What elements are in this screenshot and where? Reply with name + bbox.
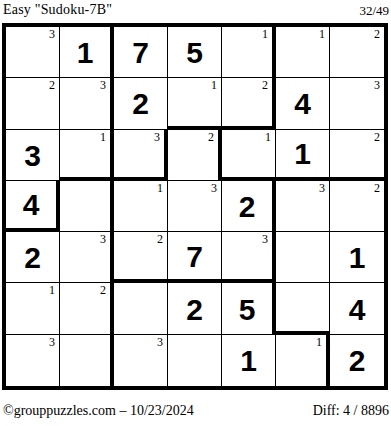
- given-digit: 1: [77, 36, 94, 68]
- pencil-mark: 2: [374, 27, 380, 41]
- cell-r7c2[interactable]: [60, 335, 114, 386]
- cell-r1c3[interactable]: 7: [114, 27, 168, 78]
- pencil-mark: 3: [49, 335, 55, 349]
- cell-r6c5[interactable]: 5: [222, 283, 276, 334]
- cell-r2c2[interactable]: 3: [60, 78, 114, 129]
- cell-r3c2[interactable]: 1: [60, 130, 114, 181]
- given-digit: 7: [132, 36, 149, 68]
- pencil-mark: 1: [157, 181, 163, 195]
- cell-r7c3[interactable]: 3: [114, 335, 168, 386]
- pencil-mark: 3: [319, 181, 325, 195]
- given-digit: 2: [24, 241, 41, 273]
- cell-r5c2[interactable]: 3: [60, 232, 114, 283]
- cell-r2c1[interactable]: 2: [6, 78, 60, 129]
- cell-r2c6[interactable]: 4: [276, 78, 330, 129]
- cell-r7c6[interactable]: 1: [276, 335, 330, 386]
- cell-r3c4[interactable]: 2: [168, 130, 222, 181]
- cell-r4c5[interactable]: 2: [222, 181, 276, 232]
- given-digit: 4: [294, 87, 311, 119]
- cell-r5c6[interactable]: [276, 232, 330, 283]
- given-digit: 2: [132, 87, 149, 119]
- cell-r1c2[interactable]: 1: [60, 27, 114, 78]
- cell-r1c1[interactable]: 3: [6, 27, 60, 78]
- pencil-mark: 3: [100, 232, 106, 246]
- pencil-mark: 3: [211, 181, 217, 195]
- pencil-mark: 1: [100, 130, 106, 144]
- cell-r2c7[interactable]: 3: [330, 78, 384, 129]
- pencil-mark: 2: [157, 232, 163, 246]
- cell-r1c7[interactable]: 2: [330, 27, 384, 78]
- pencil-mark: 3: [49, 27, 55, 41]
- pencil-mark: 2: [374, 130, 380, 144]
- pencil-mark: 2: [262, 78, 268, 92]
- cell-r6c1[interactable]: 1: [6, 283, 60, 334]
- given-digit: 2: [186, 293, 203, 325]
- given-digit: 3: [24, 139, 41, 171]
- given-digit: 2: [239, 190, 256, 222]
- cell-r6c2[interactable]: 2: [60, 283, 114, 334]
- pencil-mark: 1: [262, 27, 268, 41]
- given-digit: 2: [349, 344, 366, 376]
- pencil-mark: 2: [49, 78, 55, 92]
- cell-r4c7[interactable]: 2: [330, 181, 384, 232]
- empty-cell-counter: 32/49: [359, 3, 389, 19]
- cell-r5c4[interactable]: 7: [168, 232, 222, 283]
- cell-r3c6[interactable]: 1: [276, 130, 330, 181]
- cell-r6c3[interactable]: [114, 283, 168, 334]
- cell-r6c6[interactable]: [276, 283, 330, 334]
- cell-r6c4[interactable]: 2: [168, 283, 222, 334]
- cell-r5c5[interactable]: 3: [222, 232, 276, 283]
- given-digit: 5: [186, 36, 203, 68]
- difficulty-label: Diff: 4 / 8896: [313, 403, 389, 419]
- cell-r2c5[interactable]: 2: [222, 78, 276, 129]
- pencil-mark: 1: [49, 283, 55, 297]
- pencil-mark: 1: [319, 27, 325, 41]
- cell-r4c1[interactable]: 4: [6, 181, 60, 232]
- cell-r5c7[interactable]: 1: [330, 232, 384, 283]
- cell-r5c1[interactable]: 2: [6, 232, 60, 283]
- page-title: Easy "Sudoku-7B": [3, 2, 112, 18]
- cell-r1c6[interactable]: 1: [276, 27, 330, 78]
- cell-r3c1[interactable]: 3: [6, 130, 60, 181]
- cell-r2c3[interactable]: 2: [114, 78, 168, 129]
- pencil-mark: 1: [211, 78, 217, 92]
- cell-r1c5[interactable]: 1: [222, 27, 276, 78]
- given-digit: 4: [349, 293, 366, 325]
- cell-r7c4[interactable]: [168, 335, 222, 386]
- cell-r5c3[interactable]: 2: [114, 232, 168, 283]
- given-digit: 4: [23, 188, 40, 220]
- given-digit: 1: [294, 137, 311, 169]
- cell-r7c7[interactable]: 2: [330, 335, 384, 386]
- pencil-mark: 2: [374, 181, 380, 195]
- cell-r4c3[interactable]: 1: [114, 181, 168, 232]
- cell-r4c4[interactable]: 3: [168, 181, 222, 232]
- pencil-mark: 3: [154, 130, 160, 144]
- pencil-mark: 3: [100, 78, 106, 92]
- sudoku-grid: 3175112232124331321124132322327311225433…: [2, 23, 388, 390]
- cell-r7c1[interactable]: 3: [6, 335, 60, 386]
- cell-r4c6[interactable]: 3: [276, 181, 330, 232]
- pencil-mark: 1: [316, 335, 322, 349]
- cell-r3c7[interactable]: 2: [330, 130, 384, 181]
- pencil-mark: 3: [157, 335, 163, 349]
- pencil-mark: 2: [208, 130, 214, 144]
- given-digit: 1: [349, 241, 366, 273]
- given-digit: 1: [240, 344, 257, 376]
- pencil-mark: 3: [374, 78, 380, 92]
- given-digit: 5: [239, 293, 256, 325]
- cell-r4c2[interactable]: [60, 181, 114, 232]
- pencil-mark: 1: [265, 130, 271, 144]
- cell-r2c4[interactable]: 1: [168, 78, 222, 129]
- copyright-date: ©grouppuzzles.com – 10/23/2024: [3, 403, 194, 419]
- given-digit: 7: [186, 240, 203, 272]
- cell-r6c7[interactable]: 4: [330, 283, 384, 334]
- cell-r7c5[interactable]: 1: [222, 335, 276, 386]
- pencil-mark: 2: [100, 283, 106, 297]
- pencil-mark: 3: [262, 232, 268, 246]
- cell-r3c3[interactable]: 3: [114, 130, 168, 181]
- cell-r1c4[interactable]: 5: [168, 27, 222, 78]
- cell-r3c5[interactable]: 1: [222, 130, 276, 181]
